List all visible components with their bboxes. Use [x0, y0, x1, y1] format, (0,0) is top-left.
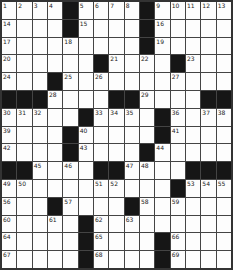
clue-number-56: 56 — [3, 198, 11, 205]
clue-number-32: 32 — [34, 109, 42, 116]
clue-number-23: 23 — [187, 55, 195, 62]
cell-r7c10[interactable] — [140, 109, 154, 126]
black-cell-r3c10 — [140, 38, 154, 55]
cell-r2c4[interactable] — [48, 20, 62, 37]
clue-number-60: 60 — [3, 216, 11, 223]
cell-r2c3[interactable] — [33, 20, 47, 37]
cell-r7c3[interactable]: 32 — [33, 109, 47, 126]
clue-number-22: 22 — [141, 55, 149, 62]
cell-r5c3[interactable] — [33, 73, 47, 90]
cell-r11c15[interactable]: 55 — [217, 180, 231, 197]
cell-r11c14[interactable]: 54 — [201, 180, 215, 197]
cell-r7c1[interactable]: 30 — [2, 109, 16, 126]
cell-r15c1[interactable]: 67 — [2, 251, 16, 268]
cell-r4c8[interactable]: 21 — [109, 55, 123, 72]
cell-r7c2[interactable]: 31 — [17, 109, 31, 126]
cell-r10c6[interactable] — [79, 162, 93, 179]
clue-number-26: 26 — [95, 73, 103, 80]
black-cell-r6c3 — [33, 91, 47, 108]
black-cell-r6c8 — [109, 91, 123, 108]
clue-number-44: 44 — [156, 144, 164, 151]
cell-r2c15[interactable] — [217, 20, 231, 37]
black-cell-r10c8 — [109, 162, 123, 179]
black-cell-r12c4 — [48, 198, 62, 215]
cell-r13c2[interactable] — [17, 216, 31, 233]
cell-r13c15[interactable] — [217, 216, 231, 233]
cell-r2c8[interactable] — [109, 20, 123, 37]
cell-r1c14[interactable]: 12 — [201, 2, 215, 19]
cell-r8c4[interactable] — [48, 127, 62, 144]
cell-r3c13[interactable] — [186, 38, 200, 55]
cell-r6c13[interactable] — [186, 91, 200, 108]
cell-r4c5[interactable] — [63, 55, 77, 72]
black-cell-r10c2 — [17, 162, 31, 179]
cell-r5c11[interactable] — [155, 73, 169, 90]
cell-r9c3[interactable] — [33, 144, 47, 161]
cell-r6c7[interactable] — [94, 91, 108, 108]
cell-r14c1[interactable]: 64 — [2, 233, 16, 250]
cell-r11c7[interactable]: 51 — [94, 180, 108, 197]
cell-r7c13[interactable] — [186, 109, 200, 126]
black-cell-r7c6 — [79, 109, 93, 126]
cell-r1c8[interactable]: 7 — [109, 2, 123, 19]
cell-r10c9[interactable]: 47 — [125, 162, 139, 179]
black-cell-r2c5 — [63, 20, 77, 37]
cell-r5c12[interactable]: 27 — [171, 73, 185, 90]
cell-r3c5[interactable]: 18 — [63, 38, 77, 55]
clue-number-50: 50 — [18, 180, 26, 187]
cell-r7c5[interactable] — [63, 109, 77, 126]
cell-r13c14[interactable] — [201, 216, 215, 233]
cell-r10c5[interactable]: 46 — [63, 162, 77, 179]
cell-r10c3[interactable]: 45 — [33, 162, 47, 179]
cell-r14c10[interactable] — [140, 233, 154, 250]
cell-r1c1[interactable]: 1 — [2, 2, 16, 19]
black-cell-r12c9 — [125, 198, 139, 215]
cell-r3c8[interactable] — [109, 38, 123, 55]
cell-r2c13[interactable] — [186, 20, 200, 37]
cell-r3c4[interactable] — [48, 38, 62, 55]
cell-r5c6[interactable] — [79, 73, 93, 90]
clue-number-53: 53 — [187, 180, 195, 187]
black-cell-r4c12 — [171, 55, 185, 72]
cell-r8c10[interactable] — [140, 127, 154, 144]
clue-number-69: 69 — [172, 251, 180, 258]
cell-r4c9[interactable] — [125, 55, 139, 72]
cell-r8c14[interactable] — [201, 127, 215, 144]
cell-r12c13[interactable] — [186, 198, 200, 215]
clue-number-42: 42 — [3, 144, 11, 151]
cell-r12c5[interactable]: 57 — [63, 198, 77, 215]
cell-r15c12[interactable]: 69 — [171, 251, 185, 268]
cell-r15c8[interactable] — [109, 251, 123, 268]
cell-r1c11[interactable]: 9 — [155, 2, 169, 19]
cell-r9c13[interactable] — [186, 144, 200, 161]
cell-r13c1[interactable]: 60 — [2, 216, 16, 233]
cell-r1c9[interactable]: 8 — [125, 2, 139, 19]
cell-r14c8[interactable] — [109, 233, 123, 250]
cell-r4c15[interactable] — [217, 55, 231, 72]
cell-r4c4[interactable] — [48, 55, 62, 72]
cell-r15c5[interactable] — [63, 251, 77, 268]
clue-number-17: 17 — [3, 38, 11, 45]
cell-r7c8[interactable]: 34 — [109, 109, 123, 126]
cell-r5c15[interactable] — [217, 73, 231, 90]
clue-number-6: 6 — [95, 2, 99, 9]
cell-r14c4[interactable] — [48, 233, 62, 250]
clue-number-63: 63 — [126, 216, 134, 223]
cell-r4c2[interactable] — [17, 55, 31, 72]
cell-r2c14[interactable] — [201, 20, 215, 37]
clue-number-49: 49 — [3, 180, 11, 187]
cell-r9c14[interactable] — [201, 144, 215, 161]
clue-number-12: 12 — [202, 2, 210, 9]
black-cell-r14c6 — [79, 233, 93, 250]
cell-r9c7[interactable] — [94, 144, 108, 161]
clue-number-68: 68 — [95, 251, 103, 258]
cell-r15c3[interactable] — [33, 251, 47, 268]
cell-r13c12[interactable] — [171, 216, 185, 233]
cell-r12c8[interactable] — [109, 198, 123, 215]
clue-number-16: 16 — [156, 20, 164, 27]
black-cell-r10c7 — [94, 162, 108, 179]
clue-number-15: 15 — [80, 20, 88, 27]
cell-r5c5[interactable]: 25 — [63, 73, 77, 90]
cell-r6c6[interactable] — [79, 91, 93, 108]
cell-r11c3[interactable] — [33, 180, 47, 197]
black-cell-r2c10 — [140, 20, 154, 37]
cell-r4c3[interactable] — [33, 55, 47, 72]
cell-r13c8[interactable] — [109, 216, 123, 233]
black-cell-r7c11 — [155, 109, 169, 126]
cell-r3c2[interactable] — [17, 38, 31, 55]
clue-number-39: 39 — [3, 127, 11, 134]
black-cell-r6c1 — [2, 91, 16, 108]
clue-number-14: 14 — [3, 20, 11, 27]
cell-r6c10[interactable]: 29 — [140, 91, 154, 108]
cell-r12c2[interactable] — [17, 198, 31, 215]
cell-r12c11[interactable] — [155, 198, 169, 215]
cell-r2c7[interactable] — [94, 20, 108, 37]
cell-r9c9[interactable] — [125, 144, 139, 161]
cell-r15c15[interactable] — [217, 251, 231, 268]
clue-number-43: 43 — [80, 144, 88, 151]
cell-r15c2[interactable] — [17, 251, 31, 268]
cell-r12c3[interactable] — [33, 198, 47, 215]
cell-r3c6[interactable] — [79, 38, 93, 55]
clue-number-47: 47 — [126, 162, 134, 169]
cell-r1c4[interactable]: 4 — [48, 2, 62, 19]
cell-r6c5[interactable] — [63, 91, 77, 108]
cell-r13c7[interactable]: 62 — [94, 216, 108, 233]
cell-r6c4[interactable]: 28 — [48, 91, 62, 108]
cell-r2c2[interactable] — [17, 20, 31, 37]
clue-number-13: 13 — [218, 2, 226, 9]
cell-r1c15[interactable]: 13 — [217, 2, 231, 19]
cell-r11c11[interactable] — [155, 180, 169, 197]
clue-number-40: 40 — [80, 127, 88, 134]
clue-number-33: 33 — [95, 109, 103, 116]
cell-r8c7[interactable] — [94, 127, 108, 144]
cell-r5c14[interactable] — [201, 73, 215, 90]
clue-number-31: 31 — [18, 109, 26, 116]
clue-number-51: 51 — [95, 180, 103, 187]
black-cell-r9c5 — [63, 144, 77, 161]
clue-number-46: 46 — [64, 162, 72, 169]
cell-r10c10[interactable]: 48 — [140, 162, 154, 179]
cell-r11c6[interactable] — [79, 180, 93, 197]
cell-r11c4[interactable] — [48, 180, 62, 197]
cell-r5c2[interactable] — [17, 73, 31, 90]
cell-r12c1[interactable]: 56 — [2, 198, 16, 215]
cell-r14c15[interactable] — [217, 233, 231, 250]
cell-r9c4[interactable] — [48, 144, 62, 161]
cell-r13c11[interactable] — [155, 216, 169, 233]
cell-r1c6[interactable]: 5 — [79, 2, 93, 19]
black-cell-r8c11 — [155, 127, 169, 144]
clue-number-67: 67 — [3, 251, 11, 258]
crossword-grid: 1234567891011121314151617181920212223242… — [0, 0, 233, 270]
black-cell-r6c9 — [125, 91, 139, 108]
cell-r1c3[interactable]: 3 — [33, 2, 47, 19]
cell-r14c3[interactable] — [33, 233, 47, 250]
cell-r14c14[interactable] — [201, 233, 215, 250]
black-cell-r9c10 — [140, 144, 154, 161]
cell-r12c12[interactable]: 59 — [171, 198, 185, 215]
clue-number-59: 59 — [172, 198, 180, 205]
clue-number-41: 41 — [172, 127, 180, 134]
cell-r8c13[interactable] — [186, 127, 200, 144]
cell-r13c9[interactable]: 63 — [125, 216, 139, 233]
cell-r12c6[interactable] — [79, 198, 93, 215]
black-cell-r1c10 — [140, 2, 154, 19]
cell-r1c7[interactable]: 6 — [94, 2, 108, 19]
cell-r13c10[interactable] — [140, 216, 154, 233]
clue-number-18: 18 — [64, 38, 72, 45]
clue-number-30: 30 — [3, 109, 11, 116]
clue-number-1: 1 — [3, 2, 7, 9]
cell-r10c4[interactable] — [48, 162, 62, 179]
clue-number-36: 36 — [172, 109, 180, 116]
cell-r8c8[interactable] — [109, 127, 123, 144]
cell-r15c10[interactable] — [140, 251, 154, 268]
cell-r5c8[interactable] — [109, 73, 123, 90]
clue-number-37: 37 — [202, 109, 210, 116]
black-cell-r14c11 — [155, 233, 169, 250]
black-cell-r6c15 — [217, 91, 231, 108]
clue-number-4: 4 — [49, 2, 53, 9]
cell-r4c6[interactable] — [79, 55, 93, 72]
cell-r11c10[interactable] — [140, 180, 154, 197]
cell-r11c9[interactable] — [125, 180, 139, 197]
cell-r8c3[interactable] — [33, 127, 47, 144]
cell-r9c15[interactable] — [217, 144, 231, 161]
black-cell-r6c2 — [17, 91, 31, 108]
clue-number-58: 58 — [141, 198, 149, 205]
cell-r12c14[interactable] — [201, 198, 215, 215]
cell-r7c15[interactable]: 38 — [217, 109, 231, 126]
cell-r9c12[interactable] — [171, 144, 185, 161]
cell-r4c10[interactable]: 22 — [140, 55, 154, 72]
cell-r11c5[interactable] — [63, 180, 77, 197]
cell-r4c14[interactable] — [201, 55, 215, 72]
black-cell-r6c14 — [201, 91, 215, 108]
cell-r13c13[interactable] — [186, 216, 200, 233]
cell-r5c9[interactable] — [125, 73, 139, 90]
black-cell-r15c11 — [155, 251, 169, 268]
clue-number-19: 19 — [156, 38, 164, 45]
clue-number-21: 21 — [110, 55, 118, 62]
cell-r8c1[interactable]: 39 — [2, 127, 16, 144]
cell-r14c2[interactable] — [17, 233, 31, 250]
cell-r15c13[interactable] — [186, 251, 200, 268]
cell-r3c14[interactable] — [201, 38, 215, 55]
cell-r2c11[interactable]: 16 — [155, 20, 169, 37]
cell-r9c11[interactable]: 44 — [155, 144, 169, 161]
cell-r9c6[interactable]: 43 — [79, 144, 93, 161]
clue-number-7: 7 — [110, 2, 114, 9]
cell-r7c14[interactable]: 37 — [201, 109, 215, 126]
clue-number-2: 2 — [18, 2, 22, 9]
clue-number-61: 61 — [49, 216, 57, 223]
cell-r8c2[interactable] — [17, 127, 31, 144]
cell-r4c1[interactable]: 20 — [2, 55, 16, 72]
black-cell-r5c4 — [48, 73, 62, 90]
clue-number-9: 9 — [156, 2, 160, 9]
black-cell-r15c6 — [79, 251, 93, 268]
cell-r4c11[interactable] — [155, 55, 169, 72]
clue-number-34: 34 — [110, 109, 118, 116]
cell-r7c12[interactable]: 36 — [171, 109, 185, 126]
cell-r2c12[interactable] — [171, 20, 185, 37]
clue-number-64: 64 — [3, 233, 11, 240]
black-cell-r10c15 — [217, 162, 231, 179]
clue-number-38: 38 — [218, 109, 226, 116]
cell-r2c9[interactable] — [125, 20, 139, 37]
clue-number-29: 29 — [141, 91, 149, 98]
cell-r3c1[interactable]: 17 — [2, 38, 16, 55]
cell-r15c14[interactable] — [201, 251, 215, 268]
cell-r13c4[interactable]: 61 — [48, 216, 62, 233]
clue-number-24: 24 — [3, 73, 11, 80]
cell-r3c15[interactable] — [217, 38, 231, 55]
cell-r7c9[interactable]: 35 — [125, 109, 139, 126]
cell-r4c13[interactable]: 23 — [186, 55, 200, 72]
clue-number-28: 28 — [49, 91, 57, 98]
cell-r3c7[interactable] — [94, 38, 108, 55]
cell-r3c11[interactable]: 19 — [155, 38, 169, 55]
clue-number-55: 55 — [218, 180, 226, 187]
cell-r12c15[interactable] — [217, 198, 231, 215]
cell-r3c12[interactable] — [171, 38, 185, 55]
cell-r12c7[interactable] — [94, 198, 108, 215]
cell-r13c5[interactable] — [63, 216, 77, 233]
cell-r14c12[interactable]: 66 — [171, 233, 185, 250]
clue-number-8: 8 — [126, 2, 130, 9]
black-cell-r10c13 — [186, 162, 200, 179]
clue-number-5: 5 — [80, 2, 84, 9]
black-cell-r1c5 — [63, 2, 77, 19]
cell-r6c12[interactable] — [171, 91, 185, 108]
clue-number-65: 65 — [95, 233, 103, 240]
cell-r1c12[interactable]: 10 — [171, 2, 185, 19]
clue-number-45: 45 — [34, 162, 42, 169]
black-cell-r11c12 — [171, 180, 185, 197]
cell-r11c8[interactable]: 52 — [109, 180, 123, 197]
clue-number-10: 10 — [172, 2, 180, 9]
cell-r9c2[interactable] — [17, 144, 31, 161]
cell-r5c7[interactable]: 26 — [94, 73, 108, 90]
clue-number-52: 52 — [110, 180, 118, 187]
cell-r11c13[interactable]: 53 — [186, 180, 200, 197]
cell-r8c15[interactable] — [217, 127, 231, 144]
cell-r15c7[interactable]: 68 — [94, 251, 108, 268]
clue-number-57: 57 — [64, 198, 72, 205]
cell-r15c4[interactable] — [48, 251, 62, 268]
cell-r3c9[interactable] — [125, 38, 139, 55]
cell-r3c3[interactable] — [33, 38, 47, 55]
cell-r15c9[interactable] — [125, 251, 139, 268]
cell-r9c1[interactable]: 42 — [2, 144, 16, 161]
cell-r14c9[interactable] — [125, 233, 139, 250]
cell-r6c11[interactable] — [155, 91, 169, 108]
cell-r7c7[interactable]: 33 — [94, 109, 108, 126]
cell-r9c8[interactable] — [109, 144, 123, 161]
clue-number-3: 3 — [34, 2, 38, 9]
black-cell-r10c1 — [2, 162, 16, 179]
cell-r8c12[interactable]: 41 — [171, 127, 185, 144]
clue-number-54: 54 — [202, 180, 210, 187]
cell-r11c1[interactable]: 49 — [2, 180, 16, 197]
clue-number-35: 35 — [126, 109, 134, 116]
cell-r2c6[interactable]: 15 — [79, 20, 93, 37]
cell-r8c9[interactable] — [125, 127, 139, 144]
cell-r13c3[interactable] — [33, 216, 47, 233]
clue-number-62: 62 — [95, 216, 103, 223]
cell-r5c10[interactable] — [140, 73, 154, 90]
cell-r1c2[interactable]: 2 — [17, 2, 31, 19]
clue-number-20: 20 — [3, 55, 11, 62]
cell-r11c2[interactable]: 50 — [17, 180, 31, 197]
black-cell-r13c6 — [79, 216, 93, 233]
cell-r12c10[interactable]: 58 — [140, 198, 154, 215]
cell-r14c5[interactable] — [63, 233, 77, 250]
clue-number-66: 66 — [172, 233, 180, 240]
black-cell-r8c5 — [63, 127, 77, 144]
cell-r5c13[interactable] — [186, 73, 200, 90]
clue-number-48: 48 — [141, 162, 149, 169]
cell-r10c11[interactable] — [155, 162, 169, 179]
cell-r14c13[interactable] — [186, 233, 200, 250]
cell-r8c6[interactable]: 40 — [79, 127, 93, 144]
cell-r10c12[interactable] — [171, 162, 185, 179]
cell-r1c13[interactable]: 11 — [186, 2, 200, 19]
cell-r2c1[interactable]: 14 — [2, 20, 16, 37]
clue-number-25: 25 — [64, 73, 72, 80]
black-cell-r10c14 — [201, 162, 215, 179]
cell-r7c4[interactable] — [48, 109, 62, 126]
clue-number-11: 11 — [187, 2, 195, 9]
cell-r14c7[interactable]: 65 — [94, 233, 108, 250]
clue-number-27: 27 — [172, 73, 180, 80]
black-cell-r4c7 — [94, 55, 108, 72]
cell-r5c1[interactable]: 24 — [2, 73, 16, 90]
